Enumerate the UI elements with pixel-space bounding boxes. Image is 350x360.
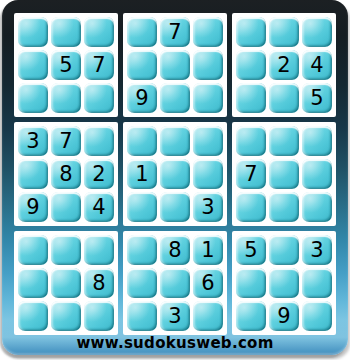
- sudoku-cell-r4c4[interactable]: [127, 126, 157, 156]
- sudoku-box-3-1: 8: [14, 231, 118, 335]
- sudoku-cell-r5c6[interactable]: [193, 159, 223, 189]
- sudoku-cell-r1c2[interactable]: [51, 17, 81, 47]
- sudoku-cell-r2c8[interactable]: 2: [269, 50, 299, 80]
- sudoku-box-1-3: 245: [232, 13, 336, 117]
- sudoku-box-1-2: 79: [123, 13, 227, 117]
- sudoku-grid: 577924537829413788163539: [14, 13, 336, 335]
- sudoku-cell-r1c3[interactable]: [84, 17, 114, 47]
- sudoku-cell-r3c9[interactable]: 5: [302, 83, 332, 113]
- sudoku-cell-r1c7[interactable]: [236, 17, 266, 47]
- sudoku-cell-r9c4[interactable]: [127, 301, 157, 331]
- sudoku-cell-r3c4[interactable]: 9: [127, 83, 157, 113]
- sudoku-cell-r7c9[interactable]: 3: [302, 235, 332, 265]
- sudoku-cell-r5c2[interactable]: 8: [51, 159, 81, 189]
- sudoku-cell-r2c3[interactable]: 7: [84, 50, 114, 80]
- sudoku-cell-r3c1[interactable]: [18, 83, 48, 113]
- sudoku-cell-r5c4[interactable]: 1: [127, 159, 157, 189]
- sudoku-cell-r6c8[interactable]: [269, 192, 299, 222]
- sudoku-cell-r5c1[interactable]: [18, 159, 48, 189]
- sudoku-cell-r6c3[interactable]: 4: [84, 192, 114, 222]
- sudoku-cell-r7c7[interactable]: 5: [236, 235, 266, 265]
- sudoku-cell-r8c4[interactable]: [127, 268, 157, 298]
- sudoku-cell-r2c5[interactable]: [160, 50, 190, 80]
- sudoku-cell-r2c9[interactable]: 4: [302, 50, 332, 80]
- sudoku-cell-r5c7[interactable]: 7: [236, 159, 266, 189]
- sudoku-box-2-2: 13: [123, 122, 227, 226]
- sudoku-cell-r8c3[interactable]: 8: [84, 268, 114, 298]
- sudoku-cell-r3c7[interactable]: [236, 83, 266, 113]
- sudoku-page: 577924537829413788163539 www.sudokusweb.…: [0, 0, 350, 360]
- sudoku-cell-r9c7[interactable]: [236, 301, 266, 331]
- sudoku-cell-r2c6[interactable]: [193, 50, 223, 80]
- sudoku-cell-r3c8[interactable]: [269, 83, 299, 113]
- sudoku-cell-r7c5[interactable]: 8: [160, 235, 190, 265]
- sudoku-cell-r6c5[interactable]: [160, 192, 190, 222]
- sudoku-cell-r7c6[interactable]: 1: [193, 235, 223, 265]
- sudoku-cell-r9c6[interactable]: [193, 301, 223, 331]
- sudoku-cell-r9c2[interactable]: [51, 301, 81, 331]
- sudoku-box-2-1: 378294: [14, 122, 118, 226]
- sudoku-cell-r7c8[interactable]: [269, 235, 299, 265]
- sudoku-cell-r4c9[interactable]: [302, 126, 332, 156]
- sudoku-cell-r3c3[interactable]: [84, 83, 114, 113]
- sudoku-box-3-3: 539: [232, 231, 336, 335]
- sudoku-cell-r2c7[interactable]: [236, 50, 266, 80]
- sudoku-box-3-2: 8163: [123, 231, 227, 335]
- sudoku-cell-r1c9[interactable]: [302, 17, 332, 47]
- sudoku-cell-r6c7[interactable]: [236, 192, 266, 222]
- sudoku-cell-r8c7[interactable]: [236, 268, 266, 298]
- sudoku-cell-r8c8[interactable]: [269, 268, 299, 298]
- sudoku-cell-r1c4[interactable]: [127, 17, 157, 47]
- sudoku-box-1-1: 57: [14, 13, 118, 117]
- sudoku-cell-r2c1[interactable]: [18, 50, 48, 80]
- sudoku-cell-r2c2[interactable]: 5: [51, 50, 81, 80]
- sudoku-cell-r4c7[interactable]: [236, 126, 266, 156]
- sudoku-cell-r5c5[interactable]: [160, 159, 190, 189]
- sudoku-cell-r8c1[interactable]: [18, 268, 48, 298]
- sudoku-cell-r2c4[interactable]: [127, 50, 157, 80]
- site-link[interactable]: www.sudokusweb.com: [2, 334, 348, 352]
- sudoku-cell-r9c1[interactable]: [18, 301, 48, 331]
- sudoku-cell-r4c6[interactable]: [193, 126, 223, 156]
- sudoku-box-2-3: 7: [232, 122, 336, 226]
- sudoku-cell-r4c3[interactable]: [84, 126, 114, 156]
- sudoku-cell-r4c2[interactable]: 7: [51, 126, 81, 156]
- sudoku-cell-r9c5[interactable]: 3: [160, 301, 190, 331]
- sudoku-cell-r4c8[interactable]: [269, 126, 299, 156]
- sudoku-cell-r6c9[interactable]: [302, 192, 332, 222]
- sudoku-cell-r3c5[interactable]: [160, 83, 190, 113]
- sudoku-cell-r9c8[interactable]: 9: [269, 301, 299, 331]
- sudoku-cell-r7c1[interactable]: [18, 235, 48, 265]
- sudoku-cell-r1c6[interactable]: [193, 17, 223, 47]
- sudoku-cell-r9c9[interactable]: [302, 301, 332, 331]
- sudoku-cell-r8c2[interactable]: [51, 268, 81, 298]
- sudoku-cell-r9c3[interactable]: [84, 301, 114, 331]
- sudoku-cell-r4c5[interactable]: [160, 126, 190, 156]
- sudoku-cell-r7c3[interactable]: [84, 235, 114, 265]
- sudoku-cell-r7c2[interactable]: [51, 235, 81, 265]
- sudoku-cell-r5c8[interactable]: [269, 159, 299, 189]
- sudoku-cell-r1c5[interactable]: 7: [160, 17, 190, 47]
- sudoku-cell-r3c2[interactable]: [51, 83, 81, 113]
- sudoku-cell-r5c9[interactable]: [302, 159, 332, 189]
- sudoku-cell-r1c8[interactable]: [269, 17, 299, 47]
- sudoku-cell-r8c9[interactable]: [302, 268, 332, 298]
- sudoku-cell-r5c3[interactable]: 2: [84, 159, 114, 189]
- sudoku-cell-r6c6[interactable]: 3: [193, 192, 223, 222]
- sudoku-cell-r8c6[interactable]: 6: [193, 268, 223, 298]
- board-plaque: 577924537829413788163539 www.sudokusweb.…: [2, 0, 348, 355]
- sudoku-cell-r7c4[interactable]: [127, 235, 157, 265]
- sudoku-cell-r4c1[interactable]: 3: [18, 126, 48, 156]
- sudoku-cell-r3c6[interactable]: [193, 83, 223, 113]
- sudoku-cell-r6c2[interactable]: [51, 192, 81, 222]
- sudoku-cell-r6c1[interactable]: 9: [18, 192, 48, 222]
- sudoku-cell-r1c1[interactable]: [18, 17, 48, 47]
- sudoku-cell-r8c5[interactable]: [160, 268, 190, 298]
- sudoku-cell-r6c4[interactable]: [127, 192, 157, 222]
